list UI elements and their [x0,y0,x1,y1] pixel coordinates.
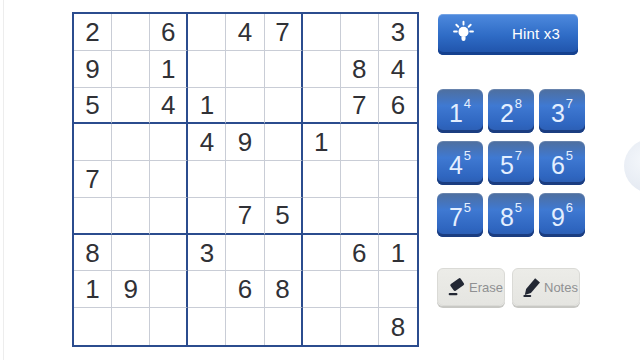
numpad-button-4[interactable]: 45 [437,141,483,185]
pencil-icon [520,275,544,299]
numpad-remaining-count: 6 [566,201,573,214]
cell-r2c9[interactable]: 4 [379,51,417,88]
eraser-icon [445,275,469,299]
numpad-digit: 1 [449,101,463,126]
lightbulb-icon [450,20,477,47]
cell-r8c7[interactable] [303,271,341,308]
cell-r9c1[interactable] [74,308,112,345]
numpad-digit: 8 [500,205,514,230]
cell-r9c8[interactable] [341,308,379,345]
cell-r1c9[interactable]: 3 [379,14,417,51]
hint-label: Hint x3 [512,25,560,42]
numpad-remaining-count: 5 [515,201,522,214]
cell-r6c7[interactable] [303,198,341,235]
cell-r4c1[interactable] [74,124,112,161]
cell-r4c2[interactable] [112,124,150,161]
cell-r1c3[interactable]: 6 [150,14,188,51]
numpad-digit: 6 [551,153,565,178]
cell-r4c7[interactable]: 1 [303,124,341,161]
cell-r9c3[interactable] [150,308,188,345]
cell-r1c2[interactable] [112,14,150,51]
cell-r4c8[interactable] [341,124,379,161]
numpad-digit: 9 [551,205,565,230]
cell-r8c6[interactable]: 8 [265,271,303,308]
cell-r9c9[interactable]: 8 [379,308,417,345]
cell-r8c4[interactable] [188,271,226,308]
numpad-button-6[interactable]: 65 [539,141,585,185]
cell-r1c1[interactable]: 2 [74,14,112,51]
erase-button[interactable]: Erase [437,268,505,306]
numpad-button-5[interactable]: 57 [488,141,534,185]
numpad-button-2[interactable]: 28 [488,89,534,133]
cell-r9c4[interactable] [188,308,226,345]
numpad-remaining-count: 7 [515,149,522,162]
cell-r4c3[interactable] [150,124,188,161]
numpad-digit: 4 [449,153,463,178]
numpad-digit: 5 [500,153,514,178]
cell-r7c8[interactable]: 6 [341,235,379,272]
cell-r4c6[interactable] [265,124,303,161]
numpad-button-1[interactable]: 14 [437,89,483,133]
cell-r2c3[interactable]: 1 [150,51,188,88]
cell-r7c3[interactable] [150,235,188,272]
cell-r3c4[interactable]: 1 [188,88,226,125]
numpad-remaining-count: 8 [515,97,522,110]
numpad-button-7[interactable]: 75 [437,193,483,237]
window-edge-line [3,0,4,360]
cell-r5c1[interactable]: 7 [74,161,112,198]
cell-r5c4[interactable] [188,161,226,198]
cell-r9c7[interactable] [303,308,341,345]
sudoku-board: 26473918454176491775836119688 [72,12,419,347]
number-pad: 142837455765758596 [437,89,585,237]
cell-r7c5[interactable] [226,235,264,272]
cell-r6c5[interactable]: 7 [226,198,264,235]
notes-label: Notes [544,280,578,295]
cell-r5c3[interactable] [150,161,188,198]
cell-r6c4[interactable] [188,198,226,235]
cell-r2c6[interactable] [265,51,303,88]
cell-r5c2[interactable] [112,161,150,198]
edge-partial-button[interactable] [624,139,640,193]
numpad-button-8[interactable]: 85 [488,193,534,237]
cell-r3c9[interactable]: 6 [379,88,417,125]
cell-r7c4[interactable]: 3 [188,235,226,272]
cell-r8c2[interactable]: 9 [112,271,150,308]
cell-r3c5[interactable] [226,88,264,125]
numpad-remaining-count: 5 [464,149,471,162]
numpad-remaining-count: 5 [464,201,471,214]
cell-r7c2[interactable] [112,235,150,272]
cell-r1c5[interactable]: 4 [226,14,264,51]
cell-r6c8[interactable] [341,198,379,235]
cell-r9c5[interactable] [226,308,264,345]
cell-r3c1[interactable]: 5 [74,88,112,125]
cell-r7c6[interactable] [265,235,303,272]
cell-r6c2[interactable] [112,198,150,235]
cell-r2c8[interactable]: 8 [341,51,379,88]
cell-r4c9[interactable] [379,124,417,161]
cell-r2c1[interactable]: 9 [74,51,112,88]
cell-r7c7[interactable] [303,235,341,272]
cell-r2c7[interactable] [303,51,341,88]
cell-r5c7[interactable] [303,161,341,198]
cell-r5c5[interactable] [226,161,264,198]
numpad-digit: 3 [551,101,565,126]
cell-r9c2[interactable] [112,308,150,345]
cell-r8c9[interactable] [379,271,417,308]
cell-r2c2[interactable] [112,51,150,88]
cell-r1c6[interactable]: 7 [265,14,303,51]
numpad-digit: 7 [449,205,463,230]
erase-label: Erase [469,280,503,295]
cell-r1c4[interactable] [188,14,226,51]
cell-r7c9[interactable]: 1 [379,235,417,272]
tool-buttons: Erase Notes [437,268,580,306]
cell-r7c1[interactable]: 8 [74,235,112,272]
numpad-button-3[interactable]: 37 [539,89,585,133]
cell-r5c8[interactable] [341,161,379,198]
cell-r3c6[interactable] [265,88,303,125]
cell-r2c5[interactable] [226,51,264,88]
cell-r8c5[interactable]: 6 [226,271,264,308]
cell-r2c4[interactable] [188,51,226,88]
cell-r1c8[interactable] [341,14,379,51]
sudoku-app: 26473918454176491775836119688 Hint x3 14… [0,0,640,360]
cell-r9c6[interactable] [265,308,303,345]
cell-r3c2[interactable] [112,88,150,125]
cell-r4c5[interactable]: 9 [226,124,264,161]
numpad-digit: 2 [500,101,514,126]
cell-r6c1[interactable] [74,198,112,235]
cell-r3c8[interactable]: 7 [341,88,379,125]
cell-r8c8[interactable] [341,271,379,308]
numpad-remaining-count: 7 [566,97,573,110]
numpad-remaining-count: 4 [464,97,471,110]
cell-r8c1[interactable]: 1 [74,271,112,308]
cell-r3c3[interactable]: 4 [150,88,188,125]
numpad-button-9[interactable]: 96 [539,193,585,237]
cell-r6c9[interactable] [379,198,417,235]
cell-r8c3[interactable] [150,271,188,308]
hint-button[interactable]: Hint x3 [438,14,578,55]
cell-r5c6[interactable] [265,161,303,198]
cell-r5c9[interactable] [379,161,417,198]
cell-r4c4[interactable]: 4 [188,124,226,161]
notes-button[interactable]: Notes [512,268,580,306]
cell-r6c3[interactable] [150,198,188,235]
cell-r6c6[interactable]: 5 [265,198,303,235]
cell-r3c7[interactable] [303,88,341,125]
numpad-remaining-count: 5 [566,149,573,162]
cell-r1c7[interactable] [303,14,341,51]
